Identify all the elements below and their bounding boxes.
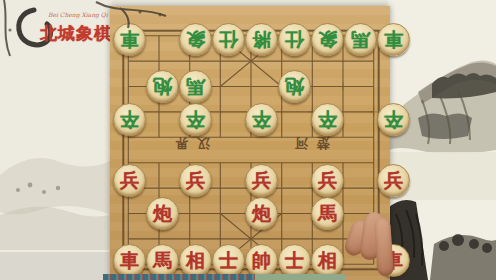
piece-black-horse[interactable]: 馬 <box>344 23 377 56</box>
piece-red-horse[interactable]: 馬 <box>146 244 179 277</box>
red-elephant-glyph: 相 <box>186 251 205 270</box>
piece-black-soldier[interactable]: 卒 <box>113 103 146 136</box>
piece-black-elephant[interactable]: 象 <box>311 23 344 56</box>
black-cannon-glyph: 炮 <box>153 77 172 96</box>
piece-red-soldier[interactable]: 兵 <box>311 164 344 197</box>
subtitle-strip-left <box>103 274 255 280</box>
piece-black-chariot[interactable]: 車 <box>113 23 146 56</box>
red-chariot-glyph: 車 <box>384 251 403 270</box>
red-cannon-glyph: 炮 <box>252 204 271 223</box>
piece-black-soldier[interactable]: 卒 <box>311 103 344 136</box>
piece-black-cannon[interactable]: 炮 <box>278 70 311 103</box>
piece-black-advisor[interactable]: 仕 <box>278 23 311 56</box>
piece-black-soldier[interactable]: 卒 <box>179 103 212 136</box>
red-soldier-glyph: 兵 <box>384 171 403 190</box>
logo-title: 北城象棋 <box>40 22 110 45</box>
piece-black-elephant[interactable]: 象 <box>179 23 212 56</box>
red-soldier-glyph: 兵 <box>252 171 271 190</box>
piece-red-soldier[interactable]: 兵 <box>179 164 212 197</box>
red-soldier-glyph: 兵 <box>120 171 139 190</box>
piece-red-soldier[interactable]: 兵 <box>245 164 278 197</box>
black-elephant-glyph: 象 <box>318 30 337 49</box>
piece-red-advisor[interactable]: 士 <box>212 244 245 277</box>
piece-black-chariot[interactable]: 車 <box>377 23 410 56</box>
black-soldier-glyph: 卒 <box>252 110 271 129</box>
red-soldier-glyph: 兵 <box>318 171 337 190</box>
logo-script-text: Bei Cheng Xiang Qi <box>48 11 118 18</box>
piece-black-general[interactable]: 將 <box>245 23 278 56</box>
channel-logo: Bei Cheng Xiang Qi 北城象棋 <box>14 6 110 52</box>
piece-red-elephant[interactable]: 相 <box>179 244 212 277</box>
black-soldier-glyph: 卒 <box>120 110 139 129</box>
piece-black-soldier[interactable]: 卒 <box>245 103 278 136</box>
piece-red-general[interactable]: 帥 <box>245 244 278 277</box>
piece-red-elephant[interactable]: 相 <box>311 244 344 277</box>
red-elephant-glyph: 相 <box>318 251 337 270</box>
piece-black-horse[interactable]: 馬 <box>179 70 212 103</box>
black-cannon-glyph: 炮 <box>285 77 304 96</box>
piece-red-cannon[interactable]: 炮 <box>245 197 278 230</box>
piece-red-cannon[interactable]: 炮 <box>146 197 179 230</box>
xiangqi-board[interactable]: 汉界 楚河 車象仕將仕象馬車炮馬炮卒卒卒卒卒兵兵兵兵兵炮炮馬車馬相士帥士相車 <box>110 6 390 280</box>
piece-red-soldier[interactable]: 兵 <box>113 164 146 197</box>
piece-black-cannon[interactable]: 炮 <box>146 70 179 103</box>
black-chariot-glyph: 車 <box>120 30 139 49</box>
red-advisor-glyph: 士 <box>219 251 238 270</box>
piece-red-soldier[interactable]: 兵 <box>377 164 410 197</box>
black-elephant-glyph: 象 <box>186 30 205 49</box>
black-horse-glyph: 馬 <box>351 30 370 49</box>
black-soldier-glyph: 卒 <box>186 110 205 129</box>
piece-red-horse[interactable]: 馬 <box>311 197 344 230</box>
red-horse-glyph: 馬 <box>153 251 172 270</box>
red-general-glyph: 帥 <box>252 251 271 270</box>
piece-red-chariot[interactable]: 車 <box>113 244 146 277</box>
piece-red-advisor[interactable]: 士 <box>278 244 311 277</box>
black-general-glyph: 將 <box>252 30 271 49</box>
red-cannon-glyph: 炮 <box>153 204 172 223</box>
subtitle-strip-right <box>255 274 345 280</box>
red-horse-glyph: 馬 <box>318 204 337 223</box>
black-chariot-glyph: 車 <box>384 30 403 49</box>
piece-layer: 車象仕將仕象馬車炮馬炮卒卒卒卒卒兵兵兵兵兵炮炮馬車馬相士帥士相車 <box>113 23 389 277</box>
black-soldier-glyph: 卒 <box>384 110 403 129</box>
red-chariot-glyph: 車 <box>120 251 139 270</box>
black-advisor-glyph: 仕 <box>219 30 238 49</box>
black-soldier-glyph: 卒 <box>318 110 337 129</box>
red-advisor-glyph: 士 <box>285 251 304 270</box>
black-horse-glyph: 馬 <box>186 77 205 96</box>
black-advisor-glyph: 仕 <box>285 30 304 49</box>
piece-black-advisor[interactable]: 仕 <box>212 23 245 56</box>
piece-black-soldier[interactable]: 卒 <box>377 103 410 136</box>
piece-red-chariot[interactable]: 車 <box>377 244 410 277</box>
red-soldier-glyph: 兵 <box>186 171 205 190</box>
